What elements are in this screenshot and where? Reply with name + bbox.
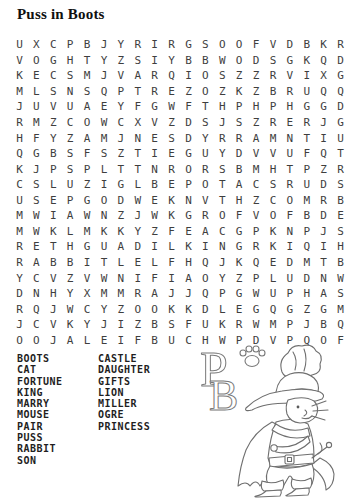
grid-cell-r16c6[interactable]: W bbox=[95, 270, 112, 286]
grid-cell-r16c9[interactable]: F bbox=[146, 270, 163, 286]
grid-cell-r18c15[interactable]: G bbox=[248, 301, 265, 317]
grid-cell-r8c13[interactable]: Y bbox=[214, 146, 231, 162]
grid-cell-r2c5[interactable]: T bbox=[79, 53, 96, 69]
grid-cell-r10c4[interactable]: U bbox=[62, 177, 79, 193]
grid-cell-r19c3[interactable]: V bbox=[45, 317, 62, 333]
grid-cell-r18c7[interactable]: Z bbox=[112, 301, 129, 317]
grid-cell-r12c11[interactable]: G bbox=[180, 208, 197, 224]
grid-cell-r16c16[interactable]: L bbox=[264, 270, 281, 286]
grid-cell-r12c17[interactable]: F bbox=[281, 208, 298, 224]
grid-cell-r11c3[interactable]: E bbox=[45, 193, 62, 209]
grid-cell-r6c3[interactable]: Z bbox=[45, 115, 62, 131]
grid-cell-r16c14[interactable]: Z bbox=[231, 270, 248, 286]
grid-cell-r1c10[interactable]: R bbox=[163, 37, 180, 53]
grid-cell-r8c2[interactable]: G bbox=[28, 146, 45, 162]
grid-cell-r1c12[interactable]: S bbox=[197, 37, 214, 53]
grid-cell-r2c9[interactable]: I bbox=[146, 53, 163, 69]
grid-cell-r11c7[interactable]: D bbox=[112, 193, 129, 209]
grid-cell-r8c12[interactable]: U bbox=[197, 146, 214, 162]
grid-cell-r16c1[interactable]: Y bbox=[11, 270, 28, 286]
grid-cell-r8c20[interactable]: T bbox=[332, 146, 349, 162]
grid-cell-r19c2[interactable]: C bbox=[28, 317, 45, 333]
grid-cell-r9c13[interactable]: S bbox=[214, 161, 231, 177]
grid-cell-r13c15[interactable]: P bbox=[248, 224, 265, 240]
grid-cell-r5c19[interactable]: G bbox=[315, 99, 332, 115]
grid-cell-r14c14[interactable]: G bbox=[231, 239, 248, 255]
grid-cell-r1c9[interactable]: I bbox=[146, 37, 163, 53]
grid-cell-r14c3[interactable]: T bbox=[45, 239, 62, 255]
grid-cell-r15c11[interactable]: H bbox=[180, 255, 197, 271]
grid-cell-r1c8[interactable]: R bbox=[129, 37, 146, 53]
grid-cell-r13c5[interactable]: M bbox=[79, 224, 96, 240]
grid-cell-r19c17[interactable]: P bbox=[281, 317, 298, 333]
grid-cell-r10c11[interactable]: P bbox=[180, 177, 197, 193]
grid-cell-r19c12[interactable]: U bbox=[197, 317, 214, 333]
grid-cell-r16c19[interactable]: N bbox=[315, 270, 332, 286]
grid-cell-r11c11[interactable]: N bbox=[180, 193, 197, 209]
grid-cell-r13c10[interactable]: F bbox=[163, 224, 180, 240]
grid-cell-r2c1[interactable]: V bbox=[11, 53, 28, 69]
grid-cell-r18c13[interactable]: L bbox=[214, 301, 231, 317]
grid-cell-r2c19[interactable]: Q bbox=[315, 53, 332, 69]
grid-cell-r18c10[interactable]: K bbox=[163, 301, 180, 317]
grid-cell-r14c2[interactable]: E bbox=[28, 239, 45, 255]
grid-cell-r9c4[interactable]: S bbox=[62, 161, 79, 177]
grid-cell-r12c10[interactable]: K bbox=[163, 208, 180, 224]
grid-cell-r17c9[interactable]: A bbox=[146, 286, 163, 302]
grid-cell-r20c4[interactable]: A bbox=[62, 332, 79, 348]
grid-cell-r7c1[interactable]: H bbox=[11, 130, 28, 146]
grid-cell-r1c3[interactable]: C bbox=[45, 37, 62, 53]
grid-cell-r5c16[interactable]: P bbox=[264, 99, 281, 115]
grid-cell-r5c3[interactable]: V bbox=[45, 99, 62, 115]
grid-cell-r20c11[interactable]: C bbox=[180, 332, 197, 348]
grid-cell-r7c2[interactable]: F bbox=[28, 130, 45, 146]
grid-cell-r14c12[interactable]: I bbox=[197, 239, 214, 255]
grid-cell-r7c18[interactable]: T bbox=[298, 130, 315, 146]
grid-cell-r18c5[interactable]: C bbox=[79, 301, 96, 317]
grid-cell-r2c4[interactable]: H bbox=[62, 53, 79, 69]
grid-cell-r18c2[interactable]: Q bbox=[28, 301, 45, 317]
grid-cell-r2c12[interactable]: B bbox=[197, 53, 214, 69]
grid-cell-r3c15[interactable]: Z bbox=[248, 68, 265, 84]
grid-cell-r4c18[interactable]: U bbox=[298, 84, 315, 100]
grid-cell-r20c6[interactable]: E bbox=[95, 332, 112, 348]
grid-cell-r17c2[interactable]: N bbox=[28, 286, 45, 302]
grid-cell-r12c7[interactable]: Z bbox=[112, 208, 129, 224]
grid-cell-r19c15[interactable]: W bbox=[248, 317, 265, 333]
grid-cell-r14c10[interactable]: L bbox=[163, 239, 180, 255]
grid-cell-r15c1[interactable]: R bbox=[11, 255, 28, 271]
grid-cell-r9c10[interactable]: R bbox=[163, 161, 180, 177]
grid-cell-r18c11[interactable]: K bbox=[180, 301, 197, 317]
grid-cell-r14c15[interactable]: R bbox=[248, 239, 265, 255]
grid-cell-r16c2[interactable]: C bbox=[28, 270, 45, 286]
grid-cell-r15c2[interactable]: A bbox=[28, 255, 45, 271]
grid-cell-r14c19[interactable]: I bbox=[315, 239, 332, 255]
grid-cell-r2c16[interactable]: S bbox=[264, 53, 281, 69]
grid-cell-r2c18[interactable]: K bbox=[298, 53, 315, 69]
grid-cell-r13c3[interactable]: K bbox=[45, 224, 62, 240]
grid-cell-r14c5[interactable]: G bbox=[79, 239, 96, 255]
grid-cell-r16c3[interactable]: V bbox=[45, 270, 62, 286]
grid-cell-r12c2[interactable]: W bbox=[28, 208, 45, 224]
grid-cell-r16c4[interactable]: Z bbox=[62, 270, 79, 286]
grid-cell-r5c13[interactable]: H bbox=[214, 99, 231, 115]
grid-cell-r12c5[interactable]: W bbox=[79, 208, 96, 224]
grid-cell-r2c8[interactable]: S bbox=[129, 53, 146, 69]
grid-cell-r7c10[interactable]: S bbox=[163, 130, 180, 146]
grid-cell-r1c14[interactable]: O bbox=[231, 37, 248, 53]
grid-cell-r19c19[interactable]: B bbox=[315, 317, 332, 333]
grid-cell-r14c9[interactable]: I bbox=[146, 239, 163, 255]
grid-cell-r15c7[interactable]: L bbox=[112, 255, 129, 271]
grid-cell-r13c2[interactable]: W bbox=[28, 224, 45, 240]
grid-cell-r4c7[interactable]: P bbox=[112, 84, 129, 100]
grid-cell-r18c19[interactable]: G bbox=[315, 301, 332, 317]
grid-cell-r11c10[interactable]: K bbox=[163, 193, 180, 209]
grid-cell-r14c4[interactable]: H bbox=[62, 239, 79, 255]
grid-cell-r8c19[interactable]: Q bbox=[315, 146, 332, 162]
grid-cell-r17c14[interactable]: G bbox=[231, 286, 248, 302]
grid-cell-r11c8[interactable]: W bbox=[129, 193, 146, 209]
grid-cell-r4c12[interactable]: O bbox=[197, 84, 214, 100]
grid-cell-r9c6[interactable]: L bbox=[95, 161, 112, 177]
grid-cell-r16c5[interactable]: V bbox=[79, 270, 96, 286]
grid-cell-r5c4[interactable]: U bbox=[62, 99, 79, 115]
grid-cell-r19c20[interactable]: Q bbox=[332, 317, 349, 333]
grid-cell-r8c15[interactable]: V bbox=[248, 146, 265, 162]
grid-cell-r9c17[interactable]: T bbox=[281, 161, 298, 177]
grid-cell-r13c11[interactable]: E bbox=[180, 224, 197, 240]
grid-cell-r19c10[interactable]: S bbox=[163, 317, 180, 333]
grid-cell-r20c7[interactable]: I bbox=[112, 332, 129, 348]
grid-cell-r6c16[interactable]: R bbox=[264, 115, 281, 131]
grid-cell-r4c20[interactable]: Q bbox=[332, 84, 349, 100]
grid-cell-r17c19[interactable]: A bbox=[315, 286, 332, 302]
grid-cell-r10c3[interactable]: L bbox=[45, 177, 62, 193]
grid-cell-r11c4[interactable]: P bbox=[62, 193, 79, 209]
grid-cell-r16c7[interactable]: N bbox=[112, 270, 129, 286]
grid-cell-r13c4[interactable]: L bbox=[62, 224, 79, 240]
grid-cell-r19c5[interactable]: Y bbox=[79, 317, 96, 333]
grid-cell-r2c13[interactable]: W bbox=[214, 53, 231, 69]
grid-cell-r11c5[interactable]: G bbox=[79, 193, 96, 209]
grid-cell-r11c1[interactable]: U bbox=[11, 193, 28, 209]
grid-cell-r10c15[interactable]: C bbox=[248, 177, 265, 193]
grid-cell-r7c5[interactable]: A bbox=[79, 130, 96, 146]
grid-cell-r14c7[interactable]: A bbox=[112, 239, 129, 255]
grid-cell-r12c4[interactable]: A bbox=[62, 208, 79, 224]
grid-cell-r20c1[interactable]: O bbox=[11, 332, 28, 348]
grid-cell-r17c15[interactable]: W bbox=[248, 286, 265, 302]
grid-cell-r15c10[interactable]: F bbox=[163, 255, 180, 271]
grid-cell-r8c8[interactable]: T bbox=[129, 146, 146, 162]
grid-cell-r6c6[interactable]: W bbox=[95, 115, 112, 131]
grid-cell-r14c18[interactable]: Q bbox=[298, 239, 315, 255]
grid-cell-r8c17[interactable]: U bbox=[281, 146, 298, 162]
grid-cell-r16c13[interactable]: Y bbox=[214, 270, 231, 286]
grid-cell-r6c19[interactable]: J bbox=[315, 115, 332, 131]
grid-cell-r8c5[interactable]: F bbox=[79, 146, 96, 162]
grid-cell-r12c18[interactable]: B bbox=[298, 208, 315, 224]
grid-cell-r5c8[interactable]: F bbox=[129, 99, 146, 115]
grid-cell-r10c10[interactable]: E bbox=[163, 177, 180, 193]
grid-cell-r13c18[interactable]: P bbox=[298, 224, 315, 240]
grid-cell-r15c5[interactable]: I bbox=[79, 255, 96, 271]
grid-cell-r19c6[interactable]: J bbox=[95, 317, 112, 333]
grid-cell-r3c1[interactable]: K bbox=[11, 68, 28, 84]
grid-cell-r16c10[interactable]: I bbox=[163, 270, 180, 286]
grid-cell-r8c1[interactable]: Q bbox=[11, 146, 28, 162]
grid-cell-r11c9[interactable]: E bbox=[146, 193, 163, 209]
grid-cell-r3c3[interactable]: C bbox=[45, 68, 62, 84]
grid-cell-r18c1[interactable]: R bbox=[11, 301, 28, 317]
grid-cell-r5c6[interactable]: E bbox=[95, 99, 112, 115]
grid-cell-r7c9[interactable]: E bbox=[146, 130, 163, 146]
grid-cell-r10c1[interactable]: C bbox=[11, 177, 28, 193]
grid-cell-r4c14[interactable]: K bbox=[231, 84, 248, 100]
grid-cell-r4c10[interactable]: E bbox=[163, 84, 180, 100]
grid-cell-r13c12[interactable]: A bbox=[197, 224, 214, 240]
grid-cell-r20c8[interactable]: F bbox=[129, 332, 146, 348]
grid-cell-r11c16[interactable]: C bbox=[264, 193, 281, 209]
grid-cell-r18c9[interactable]: O bbox=[146, 301, 163, 317]
grid-cell-r3c19[interactable]: X bbox=[315, 68, 332, 84]
grid-cell-r8c6[interactable]: S bbox=[95, 146, 112, 162]
grid-cell-r10c18[interactable]: U bbox=[298, 177, 315, 193]
grid-cell-r1c13[interactable]: O bbox=[214, 37, 231, 53]
grid-cell-r8c4[interactable]: S bbox=[62, 146, 79, 162]
grid-cell-r7c6[interactable]: M bbox=[95, 130, 112, 146]
grid-cell-r8c18[interactable]: F bbox=[298, 146, 315, 162]
grid-cell-r3c8[interactable]: A bbox=[129, 68, 146, 84]
grid-cell-r16c12[interactable]: O bbox=[197, 270, 214, 286]
grid-cell-r12c6[interactable]: N bbox=[95, 208, 112, 224]
grid-cell-r5c10[interactable]: W bbox=[163, 99, 180, 115]
grid-cell-r10c8[interactable]: L bbox=[129, 177, 146, 193]
grid-cell-r1c5[interactable]: B bbox=[79, 37, 96, 53]
grid-cell-r5c9[interactable]: G bbox=[146, 99, 163, 115]
grid-cell-r18c16[interactable]: Q bbox=[264, 301, 281, 317]
grid-cell-r13c19[interactable]: J bbox=[315, 224, 332, 240]
grid-cell-r15c4[interactable]: B bbox=[62, 255, 79, 271]
grid-cell-r2c6[interactable]: Y bbox=[95, 53, 112, 69]
grid-cell-r12c20[interactable]: E bbox=[332, 208, 349, 224]
grid-cell-r19c11[interactable]: F bbox=[180, 317, 197, 333]
grid-cell-r13c16[interactable]: K bbox=[264, 224, 281, 240]
grid-cell-r14c20[interactable]: H bbox=[332, 239, 349, 255]
grid-cell-r12c15[interactable]: V bbox=[248, 208, 265, 224]
grid-cell-r19c18[interactable]: J bbox=[298, 317, 315, 333]
grid-cell-r16c11[interactable]: A bbox=[180, 270, 197, 286]
grid-cell-r5c7[interactable]: Y bbox=[112, 99, 129, 115]
grid-cell-r14c8[interactable]: D bbox=[129, 239, 146, 255]
grid-cell-r15c12[interactable]: Q bbox=[197, 255, 214, 271]
grid-cell-r11c18[interactable]: M bbox=[298, 193, 315, 209]
grid-cell-r9c11[interactable]: O bbox=[180, 161, 197, 177]
grid-cell-r6c13[interactable]: J bbox=[214, 115, 231, 131]
grid-cell-r14c6[interactable]: U bbox=[95, 239, 112, 255]
grid-cell-r16c17[interactable]: U bbox=[281, 270, 298, 286]
grid-cell-r17c4[interactable]: Y bbox=[62, 286, 79, 302]
grid-cell-r20c2[interactable]: O bbox=[28, 332, 45, 348]
grid-cell-r6c5[interactable]: O bbox=[79, 115, 96, 131]
grid-cell-r3c5[interactable]: M bbox=[79, 68, 96, 84]
grid-cell-r15c8[interactable]: E bbox=[129, 255, 146, 271]
grid-cell-r5c11[interactable]: F bbox=[180, 99, 197, 115]
grid-cell-r15c20[interactable]: B bbox=[332, 255, 349, 271]
grid-cell-r4c1[interactable]: M bbox=[11, 84, 28, 100]
grid-cell-r8c7[interactable]: Z bbox=[112, 146, 129, 162]
grid-cell-r11c15[interactable]: Z bbox=[248, 193, 265, 209]
grid-cell-r10c6[interactable]: I bbox=[95, 177, 112, 193]
grid-cell-r10c7[interactable]: G bbox=[112, 177, 129, 193]
grid-cell-r6c8[interactable]: X bbox=[129, 115, 146, 131]
grid-cell-r18c4[interactable]: W bbox=[62, 301, 79, 317]
grid-cell-r16c20[interactable]: W bbox=[332, 270, 349, 286]
grid-cell-r14c1[interactable]: R bbox=[11, 239, 28, 255]
grid-cell-r3c2[interactable]: E bbox=[28, 68, 45, 84]
grid-cell-r5c15[interactable]: H bbox=[248, 99, 265, 115]
grid-cell-r14c16[interactable]: K bbox=[264, 239, 281, 255]
grid-cell-r5c20[interactable]: D bbox=[332, 99, 349, 115]
grid-cell-r11c14[interactable]: H bbox=[231, 193, 248, 209]
grid-cell-r5c14[interactable]: P bbox=[231, 99, 248, 115]
grid-cell-r2c17[interactable]: G bbox=[281, 53, 298, 69]
grid-cell-r15c3[interactable]: B bbox=[45, 255, 62, 271]
grid-cell-r17c8[interactable]: R bbox=[129, 286, 146, 302]
grid-cell-r10c12[interactable]: O bbox=[197, 177, 214, 193]
grid-cell-r11c12[interactable]: V bbox=[197, 193, 214, 209]
grid-cell-r5c18[interactable]: G bbox=[298, 99, 315, 115]
grid-cell-r17c5[interactable]: X bbox=[79, 286, 96, 302]
grid-cell-r6c1[interactable]: R bbox=[11, 115, 28, 131]
grid-cell-r17c13[interactable]: P bbox=[214, 286, 231, 302]
grid-cell-r12c19[interactable]: D bbox=[315, 208, 332, 224]
grid-cell-r17c16[interactable]: U bbox=[264, 286, 281, 302]
grid-cell-r3c16[interactable]: R bbox=[264, 68, 281, 84]
grid-cell-r15c6[interactable]: T bbox=[95, 255, 112, 271]
grid-cell-r9c15[interactable]: M bbox=[248, 161, 265, 177]
grid-cell-r12c14[interactable]: F bbox=[231, 208, 248, 224]
grid-cell-r18c18[interactable]: Z bbox=[298, 301, 315, 317]
grid-cell-r3c14[interactable]: Z bbox=[231, 68, 248, 84]
grid-cell-r17c1[interactable]: D bbox=[11, 286, 28, 302]
grid-cell-r10c14[interactable]: A bbox=[231, 177, 248, 193]
grid-cell-r7c11[interactable]: D bbox=[180, 130, 197, 146]
grid-cell-r15c19[interactable]: T bbox=[315, 255, 332, 271]
grid-cell-r17c17[interactable]: P bbox=[281, 286, 298, 302]
grid-cell-r10c20[interactable]: S bbox=[332, 177, 349, 193]
grid-cell-r11c6[interactable]: O bbox=[95, 193, 112, 209]
grid-cell-r19c9[interactable]: B bbox=[146, 317, 163, 333]
grid-cell-r4c5[interactable]: S bbox=[79, 84, 96, 100]
grid-cell-r1c7[interactable]: Y bbox=[112, 37, 129, 53]
grid-cell-r3c7[interactable]: V bbox=[112, 68, 129, 84]
grid-cell-r3c18[interactable]: I bbox=[298, 68, 315, 84]
grid-cell-r6c10[interactable]: Z bbox=[163, 115, 180, 131]
grid-cell-r12c3[interactable]: I bbox=[45, 208, 62, 224]
grid-cell-r10c13[interactable]: T bbox=[214, 177, 231, 193]
grid-cell-r4c2[interactable]: L bbox=[28, 84, 45, 100]
grid-cell-r17c10[interactable]: J bbox=[163, 286, 180, 302]
grid-cell-r3c6[interactable]: J bbox=[95, 68, 112, 84]
grid-cell-r6c9[interactable]: V bbox=[146, 115, 163, 131]
grid-cell-r13c17[interactable]: N bbox=[281, 224, 298, 240]
grid-cell-r11c2[interactable]: S bbox=[28, 193, 45, 209]
grid-cell-r15c16[interactable]: E bbox=[264, 255, 281, 271]
grid-cell-r7c19[interactable]: I bbox=[315, 130, 332, 146]
grid-cell-r3c9[interactable]: R bbox=[146, 68, 163, 84]
grid-cell-r9c20[interactable]: R bbox=[332, 161, 349, 177]
grid-cell-r19c16[interactable]: M bbox=[264, 317, 281, 333]
grid-cell-r15c9[interactable]: L bbox=[146, 255, 163, 271]
grid-cell-r15c18[interactable]: M bbox=[298, 255, 315, 271]
grid-cell-r17c18[interactable]: H bbox=[298, 286, 315, 302]
grid-cell-r13c20[interactable]: S bbox=[332, 224, 349, 240]
grid-cell-r9c16[interactable]: H bbox=[264, 161, 281, 177]
grid-cell-r1c18[interactable]: B bbox=[298, 37, 315, 53]
grid-cell-r1c2[interactable]: X bbox=[28, 37, 45, 53]
grid-cell-r10c19[interactable]: D bbox=[315, 177, 332, 193]
grid-cell-r7c13[interactable]: R bbox=[214, 130, 231, 146]
grid-cell-r8c11[interactable]: G bbox=[180, 146, 197, 162]
grid-cell-r6c14[interactable]: S bbox=[231, 115, 248, 131]
grid-cell-r9c2[interactable]: J bbox=[28, 161, 45, 177]
grid-cell-r17c20[interactable]: S bbox=[332, 286, 349, 302]
grid-cell-r1c15[interactable]: F bbox=[248, 37, 265, 53]
grid-cell-r6c12[interactable]: S bbox=[197, 115, 214, 131]
grid-cell-r1c1[interactable]: U bbox=[11, 37, 28, 53]
grid-cell-r7c17[interactable]: N bbox=[281, 130, 298, 146]
grid-cell-r7c7[interactable]: J bbox=[112, 130, 129, 146]
grid-cell-r10c9[interactable]: B bbox=[146, 177, 163, 193]
grid-cell-r12c8[interactable]: J bbox=[129, 208, 146, 224]
grid-cell-r15c17[interactable]: D bbox=[281, 255, 298, 271]
grid-cell-r2c14[interactable]: O bbox=[231, 53, 248, 69]
grid-cell-r4c11[interactable]: Z bbox=[180, 84, 197, 100]
grid-cell-r9c18[interactable]: P bbox=[298, 161, 315, 177]
grid-cell-r1c20[interactable]: R bbox=[332, 37, 349, 53]
grid-cell-r3c4[interactable]: S bbox=[62, 68, 79, 84]
grid-cell-r13c1[interactable]: M bbox=[11, 224, 28, 240]
grid-cell-r16c15[interactable]: P bbox=[248, 270, 265, 286]
grid-cell-r18c3[interactable]: J bbox=[45, 301, 62, 317]
grid-cell-r17c6[interactable]: M bbox=[95, 286, 112, 302]
grid-cell-r4c4[interactable]: N bbox=[62, 84, 79, 100]
grid-cell-r11c19[interactable]: R bbox=[315, 193, 332, 209]
grid-cell-r5c5[interactable]: A bbox=[79, 99, 96, 115]
grid-cell-r1c4[interactable]: P bbox=[62, 37, 79, 53]
grid-cell-r18c6[interactable]: Y bbox=[95, 301, 112, 317]
grid-cell-r18c20[interactable]: M bbox=[332, 301, 349, 317]
grid-cell-r15c15[interactable]: Q bbox=[248, 255, 265, 271]
grid-cell-r10c16[interactable]: S bbox=[264, 177, 281, 193]
grid-cell-r15c13[interactable]: J bbox=[214, 255, 231, 271]
grid-cell-r9c8[interactable]: T bbox=[129, 161, 146, 177]
grid-cell-r5c12[interactable]: T bbox=[197, 99, 214, 115]
grid-cell-r1c6[interactable]: J bbox=[95, 37, 112, 53]
grid-cell-r11c17[interactable]: O bbox=[281, 193, 298, 209]
grid-cell-r6c7[interactable]: C bbox=[112, 115, 129, 131]
grid-cell-r1c19[interactable]: K bbox=[315, 37, 332, 53]
grid-cell-r9c14[interactable]: B bbox=[231, 161, 248, 177]
grid-cell-r12c12[interactable]: R bbox=[197, 208, 214, 224]
grid-cell-r9c1[interactable]: K bbox=[11, 161, 28, 177]
grid-cell-r19c1[interactable]: J bbox=[11, 317, 28, 333]
grid-cell-r8c10[interactable]: E bbox=[163, 146, 180, 162]
